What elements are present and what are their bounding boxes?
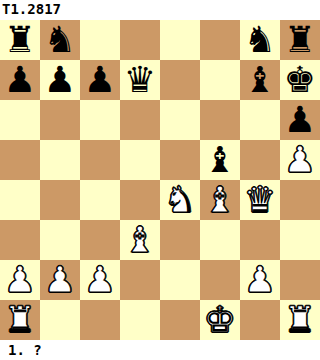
move-prompt: 1. ? bbox=[0, 340, 320, 360]
square-e6[interactable] bbox=[160, 100, 200, 140]
square-c3[interactable] bbox=[80, 220, 120, 260]
square-g2[interactable]: ♟ bbox=[240, 260, 280, 300]
square-c5[interactable] bbox=[80, 140, 120, 180]
square-g3[interactable] bbox=[240, 220, 280, 260]
piece-white-pawn: ♟ bbox=[44, 260, 76, 300]
square-h4[interactable] bbox=[280, 180, 320, 220]
square-f6[interactable] bbox=[200, 100, 240, 140]
square-e3[interactable] bbox=[160, 220, 200, 260]
piece-white-bishop: ♝ bbox=[124, 220, 156, 260]
square-e1[interactable] bbox=[160, 300, 200, 340]
square-d2[interactable] bbox=[120, 260, 160, 300]
piece-black-bishop: ♝ bbox=[244, 60, 276, 100]
square-f2[interactable] bbox=[200, 260, 240, 300]
square-c7[interactable]: ♟ bbox=[80, 60, 120, 100]
square-a8[interactable]: ♜ bbox=[0, 20, 40, 60]
square-c6[interactable] bbox=[80, 100, 120, 140]
square-h2[interactable] bbox=[280, 260, 320, 300]
square-a7[interactable]: ♟ bbox=[0, 60, 40, 100]
square-d3[interactable]: ♝ bbox=[120, 220, 160, 260]
square-b6[interactable] bbox=[40, 100, 80, 140]
square-b4[interactable] bbox=[40, 180, 80, 220]
square-d1[interactable] bbox=[120, 300, 160, 340]
piece-black-pawn: ♟ bbox=[84, 60, 116, 100]
piece-white-pawn: ♟ bbox=[84, 260, 116, 300]
square-e4[interactable]: ♞ bbox=[160, 180, 200, 220]
square-b8[interactable]: ♞ bbox=[40, 20, 80, 60]
square-b1[interactable] bbox=[40, 300, 80, 340]
square-f4[interactable]: ♝ bbox=[200, 180, 240, 220]
square-g6[interactable] bbox=[240, 100, 280, 140]
piece-black-king: ♚ bbox=[284, 60, 316, 100]
square-e8[interactable] bbox=[160, 20, 200, 60]
square-f8[interactable] bbox=[200, 20, 240, 60]
square-d5[interactable] bbox=[120, 140, 160, 180]
square-c1[interactable] bbox=[80, 300, 120, 340]
square-g1[interactable] bbox=[240, 300, 280, 340]
chess-board: ♜♞♞♜♟♟♟♛♝♚♟♝♟♞♝♛♝♟♟♟♟♜♚♜ bbox=[0, 20, 320, 340]
square-c4[interactable] bbox=[80, 180, 120, 220]
piece-black-pawn: ♟ bbox=[284, 100, 316, 140]
square-g5[interactable] bbox=[240, 140, 280, 180]
square-b2[interactable]: ♟ bbox=[40, 260, 80, 300]
piece-black-bishop: ♝ bbox=[204, 140, 236, 180]
piece-black-pawn: ♟ bbox=[4, 60, 36, 100]
square-e2[interactable] bbox=[160, 260, 200, 300]
piece-black-rook: ♜ bbox=[4, 20, 36, 60]
square-b7[interactable]: ♟ bbox=[40, 60, 80, 100]
square-g4[interactable]: ♛ bbox=[240, 180, 280, 220]
square-h5[interactable]: ♟ bbox=[280, 140, 320, 180]
piece-white-king: ♚ bbox=[204, 300, 236, 340]
square-g7[interactable]: ♝ bbox=[240, 60, 280, 100]
piece-black-knight: ♞ bbox=[44, 20, 76, 60]
piece-white-bishop: ♝ bbox=[204, 180, 236, 220]
piece-black-knight: ♞ bbox=[244, 20, 276, 60]
chess-app-window: T1.2817 ♜♞♞♜♟♟♟♛♝♚♟♝♟♞♝♛♝♟♟♟♟♜♚♜ 1. ? bbox=[0, 0, 320, 360]
piece-white-pawn: ♟ bbox=[4, 260, 36, 300]
piece-white-knight: ♞ bbox=[164, 180, 196, 220]
piece-black-queen: ♛ bbox=[124, 60, 156, 100]
piece-white-pawn: ♟ bbox=[244, 260, 276, 300]
square-b5[interactable] bbox=[40, 140, 80, 180]
square-e7[interactable] bbox=[160, 60, 200, 100]
square-a2[interactable]: ♟ bbox=[0, 260, 40, 300]
position-id-label: T1.2817 bbox=[0, 0, 320, 20]
square-b3[interactable] bbox=[40, 220, 80, 260]
square-a6[interactable] bbox=[0, 100, 40, 140]
square-f7[interactable] bbox=[200, 60, 240, 100]
square-f3[interactable] bbox=[200, 220, 240, 260]
piece-white-rook: ♜ bbox=[284, 300, 316, 340]
square-d4[interactable] bbox=[120, 180, 160, 220]
square-a5[interactable] bbox=[0, 140, 40, 180]
piece-black-rook: ♜ bbox=[284, 20, 316, 60]
square-h3[interactable] bbox=[280, 220, 320, 260]
square-a3[interactable] bbox=[0, 220, 40, 260]
square-f1[interactable]: ♚ bbox=[200, 300, 240, 340]
square-c2[interactable]: ♟ bbox=[80, 260, 120, 300]
square-h8[interactable]: ♜ bbox=[280, 20, 320, 60]
square-d7[interactable]: ♛ bbox=[120, 60, 160, 100]
square-d8[interactable] bbox=[120, 20, 160, 60]
square-a4[interactable] bbox=[0, 180, 40, 220]
piece-black-pawn: ♟ bbox=[44, 60, 76, 100]
square-h6[interactable]: ♟ bbox=[280, 100, 320, 140]
piece-white-pawn: ♟ bbox=[284, 140, 316, 180]
square-d6[interactable] bbox=[120, 100, 160, 140]
piece-white-rook: ♜ bbox=[4, 300, 36, 340]
square-e5[interactable] bbox=[160, 140, 200, 180]
square-g8[interactable]: ♞ bbox=[240, 20, 280, 60]
square-f5[interactable]: ♝ bbox=[200, 140, 240, 180]
square-c8[interactable] bbox=[80, 20, 120, 60]
square-a1[interactable]: ♜ bbox=[0, 300, 40, 340]
square-h1[interactable]: ♜ bbox=[280, 300, 320, 340]
square-h7[interactable]: ♚ bbox=[280, 60, 320, 100]
piece-white-queen: ♛ bbox=[244, 180, 276, 220]
